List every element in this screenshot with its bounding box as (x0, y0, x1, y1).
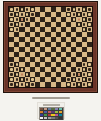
inlay-dot (16, 63, 18, 65)
inlay-dot (78, 8, 80, 10)
color-patch (40, 117, 43, 119)
inlay-dot (78, 23, 80, 25)
inlay-dot (83, 28, 85, 30)
inlay-dot (16, 78, 18, 80)
inlay-dot (26, 13, 28, 15)
inlay-dot (78, 78, 80, 80)
inlay-dot (16, 8, 18, 10)
inlay-dot (16, 73, 18, 75)
inlay-dot (10, 63, 12, 65)
inlay-dot (83, 68, 85, 70)
inlay-dot (88, 73, 90, 75)
inlay-dot (83, 13, 85, 15)
inlay-dot (83, 23, 85, 25)
inlay-dot (31, 83, 33, 85)
inlay-dot (83, 83, 85, 85)
inlay-dot (88, 8, 90, 10)
color-patch (48, 117, 51, 119)
inlay-dot (83, 78, 85, 80)
inlay-dot (10, 83, 12, 85)
inlay-dot (21, 83, 23, 85)
inlay-dot (73, 13, 75, 15)
inlay-dot (16, 28, 18, 30)
inlay-dot (26, 8, 28, 10)
inlay-dot (83, 8, 85, 10)
inlay-dot (26, 83, 28, 85)
inlay-dot (16, 18, 18, 20)
color-patch (59, 117, 62, 119)
inlay-dot (88, 83, 90, 85)
red-inlay-dot (21, 18, 23, 20)
museum-photo-page: { "game": "halma", "description": "Antiq… (0, 0, 101, 120)
inlay-dot (73, 8, 75, 10)
inlay-dot (16, 83, 18, 85)
inlay-dot (10, 23, 12, 25)
calibration-card-caption (43, 104, 60, 106)
photo-caption (32, 97, 70, 99)
inlay-dot (78, 13, 80, 15)
inlay-dot (26, 73, 28, 75)
inlay-dot (10, 13, 12, 15)
inlay-dot (10, 73, 12, 75)
board-grid (8, 6, 93, 88)
inlay-dot (73, 73, 75, 75)
inlay-dot (78, 68, 80, 70)
inlay-dot (16, 68, 18, 70)
inlay-dot (88, 13, 90, 15)
inlay-dot (88, 23, 90, 25)
inlay-dot (31, 78, 33, 80)
color-patch (55, 117, 58, 119)
inlay-dot (26, 78, 28, 80)
inlay-dot (88, 18, 90, 20)
inlay-dot (16, 23, 18, 25)
inlay-dot (21, 13, 23, 15)
inlay-dot (88, 68, 90, 70)
inlay-dot (73, 18, 75, 20)
inlay-dot (67, 78, 69, 80)
inlay-dot (88, 78, 90, 80)
inlay-dot (73, 78, 75, 80)
inlay-dot (31, 8, 33, 10)
inlay-dot (88, 63, 90, 65)
inlay-dot (10, 78, 12, 80)
inlay-dot (73, 83, 75, 85)
game-board (3, 1, 98, 93)
inlay-dot (16, 13, 18, 15)
inlay-dot (83, 73, 85, 75)
inlay-dot (21, 8, 23, 10)
red-inlay-dot (78, 18, 80, 20)
color-calibration-chart (39, 107, 64, 121)
inlay-dot (26, 18, 28, 20)
inlay-dot (10, 28, 12, 30)
red-inlay-dot (78, 73, 80, 75)
inlay-dot (31, 13, 33, 15)
inlay-dot (78, 83, 80, 85)
color-patch (51, 117, 54, 119)
inlay-dot (21, 78, 23, 80)
inlay-dot (10, 18, 12, 20)
red-inlay-dot (21, 73, 23, 75)
inlay-dot (10, 8, 12, 10)
inlay-dot (21, 23, 23, 25)
inlay-dot (10, 68, 12, 70)
color-calibration-card (37, 102, 65, 119)
inlay-dot (83, 18, 85, 20)
color-patch (44, 117, 47, 119)
inlay-dot (88, 28, 90, 30)
inlay-dot (83, 63, 85, 65)
inlay-dot (21, 68, 23, 70)
inlay-dot (67, 83, 69, 85)
inlay-dot (67, 13, 69, 15)
board-cell (87, 82, 92, 87)
inlay-dot (67, 8, 69, 10)
